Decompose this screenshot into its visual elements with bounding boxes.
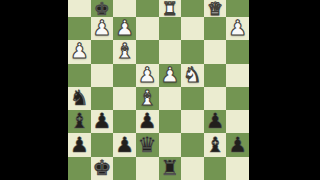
board-square-a4[interactable]: ♞ [68,87,91,110]
piece-white-pawn-a6[interactable]: ♟ [70,41,89,62]
board-square-e2[interactable] [159,133,182,156]
piece-black-bishop-a3[interactable]: ♝ [70,111,89,132]
board-square-f1[interactable] [181,157,204,180]
piece-white-pawn-c7[interactable]: ♟ [115,18,134,39]
board-square-b8[interactable]: ♚ [91,0,114,17]
board-square-e4[interactable] [159,87,182,110]
board-square-g6[interactable] [204,40,227,63]
piece-black-knight-a4[interactable]: ♞ [70,88,89,109]
piece-black-bishop-g2[interactable]: ♝ [206,135,225,156]
piece-white-pawn-h7[interactable]: ♟ [228,18,247,39]
piece-black-pawn-g3[interactable]: ♟ [206,111,225,132]
board-square-c6[interactable]: ♝ [113,40,136,63]
chessboard[interactable]: ♚♜♛♟♟♟♟♝♟♟♞♞♝♝♟♟♟♟♟♛♝♟♚♜ [68,0,249,180]
board-square-c5[interactable] [113,64,136,87]
board-square-f5[interactable]: ♞ [181,64,204,87]
board-square-g1[interactable] [204,157,227,180]
piece-black-pawn-a2[interactable]: ♟ [70,135,89,156]
piece-white-pawn-b7[interactable]: ♟ [93,18,112,39]
board-square-a5[interactable] [68,64,91,87]
board-square-c2[interactable]: ♟ [113,133,136,156]
right-letterbox-bar [249,0,320,180]
board-square-h1[interactable] [226,157,249,180]
piece-black-pawn-b3[interactable]: ♟ [93,111,112,132]
piece-black-pawn-h2[interactable]: ♟ [228,135,247,156]
board-square-d7[interactable] [136,17,159,40]
left-letterbox-bar [0,0,68,180]
board-square-d2[interactable]: ♛ [136,133,159,156]
screenshot-stage: ♚♜♛♟♟♟♟♝♟♟♞♞♝♝♟♟♟♟♟♛♝♟♚♜ [0,0,320,180]
piece-black-king-b8[interactable]: ♚ [94,0,110,18]
board-square-d8[interactable] [136,0,159,17]
board-square-e1[interactable]: ♜ [159,157,182,180]
board-square-e8[interactable]: ♜ [159,0,182,17]
piece-white-bishop-d4[interactable]: ♝ [138,88,157,109]
board-square-g3[interactable]: ♟ [204,110,227,133]
board-square-e3[interactable] [159,110,182,133]
board-square-d4[interactable]: ♝ [136,87,159,110]
piece-white-pawn-e5[interactable]: ♟ [160,65,179,86]
piece-black-queen-d2[interactable]: ♛ [138,135,157,156]
piece-black-rook-e1[interactable]: ♜ [160,158,179,179]
board-square-b7[interactable]: ♟ [91,17,114,40]
board-square-e7[interactable] [159,17,182,40]
piece-white-pawn-d5[interactable]: ♟ [138,65,157,86]
board-square-c1[interactable] [113,157,136,180]
board-square-h4[interactable] [226,87,249,110]
board-square-d3[interactable]: ♟ [136,110,159,133]
board-square-f8[interactable] [181,0,204,17]
board-square-f2[interactable] [181,133,204,156]
board-square-b4[interactable] [91,87,114,110]
board-square-f7[interactable] [181,17,204,40]
piece-black-pawn-d3[interactable]: ♟ [138,111,157,132]
board-square-a2[interactable]: ♟ [68,133,91,156]
board-square-f3[interactable] [181,110,204,133]
board-square-c8[interactable] [113,0,136,17]
board-square-h2[interactable]: ♟ [226,133,249,156]
board-square-b5[interactable] [91,64,114,87]
board-square-b6[interactable] [91,40,114,63]
board-square-h5[interactable] [226,64,249,87]
board-square-h8[interactable] [226,0,249,17]
board-square-h3[interactable] [226,110,249,133]
piece-white-queen-g8[interactable]: ♛ [207,0,223,18]
board-square-d1[interactable] [136,157,159,180]
board-square-a8[interactable] [68,0,91,17]
board-square-a6[interactable]: ♟ [68,40,91,63]
board-square-f4[interactable] [181,87,204,110]
board-square-g2[interactable]: ♝ [204,133,227,156]
board-square-h6[interactable] [226,40,249,63]
board-square-f6[interactable] [181,40,204,63]
board-square-g4[interactable] [204,87,227,110]
piece-white-knight-f5[interactable]: ♞ [183,65,202,86]
board-square-c4[interactable] [113,87,136,110]
board-square-b3[interactable]: ♟ [91,110,114,133]
piece-black-pawn-c2[interactable]: ♟ [115,135,134,156]
board-square-g7[interactable] [204,17,227,40]
piece-white-rook-e8[interactable]: ♜ [162,0,178,18]
board-square-d6[interactable] [136,40,159,63]
board-square-e5[interactable]: ♟ [159,64,182,87]
board-square-g8[interactable]: ♛ [204,0,227,17]
board-square-a1[interactable] [68,157,91,180]
board-square-a3[interactable]: ♝ [68,110,91,133]
piece-black-king-b1[interactable]: ♚ [93,158,112,179]
board-square-h7[interactable]: ♟ [226,17,249,40]
board-square-e6[interactable] [159,40,182,63]
board-square-c3[interactable] [113,110,136,133]
board-square-g5[interactable] [204,64,227,87]
piece-white-bishop-c6[interactable]: ♝ [115,41,134,62]
board-square-a7[interactable] [68,17,91,40]
board-square-c7[interactable]: ♟ [113,17,136,40]
board-square-b2[interactable] [91,133,114,156]
board-square-d5[interactable]: ♟ [136,64,159,87]
board-square-b1[interactable]: ♚ [91,157,114,180]
